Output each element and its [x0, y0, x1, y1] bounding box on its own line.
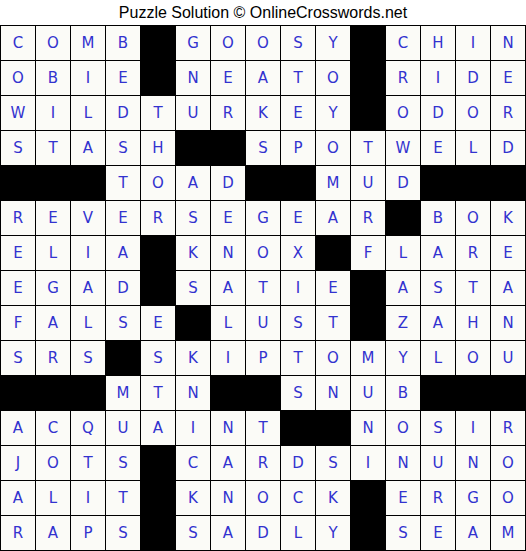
- block-cell: [176, 131, 210, 165]
- block-cell: [421, 166, 455, 200]
- letter-cell: U: [246, 306, 280, 340]
- letter-cell: E: [211, 201, 245, 235]
- block-cell: [281, 166, 315, 200]
- letter-cell: S: [281, 306, 315, 340]
- letter-cell: G: [176, 26, 210, 60]
- letter-cell: A: [421, 306, 455, 340]
- letter-cell: T: [141, 376, 175, 410]
- letter-cell: A: [106, 236, 140, 270]
- letter-cell: L: [36, 481, 70, 515]
- letter-cell: I: [71, 481, 105, 515]
- letter-cell: B: [386, 376, 420, 410]
- letter-cell: K: [176, 236, 210, 270]
- letter-cell: E: [281, 96, 315, 130]
- letter-cell: O: [36, 446, 70, 480]
- letter-cell: S: [316, 446, 350, 480]
- letter-cell: S: [281, 376, 315, 410]
- letter-cell: A: [386, 271, 420, 305]
- letter-cell: L: [36, 236, 70, 270]
- letter-cell: N: [211, 411, 245, 445]
- letter-cell: S: [106, 516, 140, 550]
- letter-cell: D: [106, 96, 140, 130]
- letter-cell: L: [71, 96, 105, 130]
- letter-cell: H: [141, 131, 175, 165]
- letter-cell: I: [211, 341, 245, 375]
- letter-cell: E: [1, 236, 35, 270]
- letter-cell: R: [386, 61, 420, 95]
- letter-cell: O: [386, 96, 420, 130]
- letter-cell: R: [421, 481, 455, 515]
- letter-cell: J: [1, 446, 35, 480]
- letter-cell: R: [211, 96, 245, 130]
- letter-cell: L: [281, 516, 315, 550]
- letter-cell: D: [421, 96, 455, 130]
- letter-cell: K: [246, 96, 280, 130]
- letter-cell: T: [281, 341, 315, 375]
- letter-cell: R: [491, 411, 525, 445]
- letter-cell: E: [386, 481, 420, 515]
- letter-cell: N: [491, 26, 525, 60]
- letter-cell: S: [1, 341, 35, 375]
- letter-cell: O: [211, 26, 245, 60]
- letter-cell: O: [246, 236, 280, 270]
- block-cell: [211, 131, 245, 165]
- letter-cell: L: [71, 306, 105, 340]
- letter-cell: G: [246, 201, 280, 235]
- letter-cell: N: [176, 61, 210, 95]
- letter-cell: E: [211, 61, 245, 95]
- block-cell: [351, 306, 385, 340]
- letter-cell: M: [316, 166, 350, 200]
- letter-cell: I: [36, 96, 70, 130]
- letter-cell: C: [281, 481, 315, 515]
- block-cell: [141, 61, 175, 95]
- letter-cell: A: [1, 411, 35, 445]
- letter-cell: S: [281, 26, 315, 60]
- letter-cell: U: [176, 96, 210, 130]
- block-cell: [491, 376, 525, 410]
- letter-cell: T: [281, 61, 315, 95]
- letter-cell: A: [246, 61, 280, 95]
- letter-cell: V: [71, 201, 105, 235]
- letter-cell: O: [491, 446, 525, 480]
- letter-cell: M: [491, 516, 525, 550]
- letter-cell: S: [1, 131, 35, 165]
- letter-cell: S: [386, 516, 420, 550]
- letter-cell: K: [176, 481, 210, 515]
- crossword-grid: COMBGOOSYCHINOBIENEATORIDEWILDTURKEYODOR…: [0, 25, 526, 551]
- letter-cell: T: [141, 96, 175, 130]
- letter-cell: I: [456, 26, 490, 60]
- block-cell: [281, 411, 315, 445]
- letter-cell: U: [351, 166, 385, 200]
- letter-cell: O: [141, 166, 175, 200]
- letter-cell: D: [281, 446, 315, 480]
- letter-cell: S: [106, 306, 140, 340]
- letter-cell: O: [1, 61, 35, 95]
- letter-cell: N: [491, 306, 525, 340]
- letter-cell: G: [456, 481, 490, 515]
- letter-cell: E: [421, 131, 455, 165]
- letter-cell: I: [456, 411, 490, 445]
- letter-cell: M: [71, 26, 105, 60]
- letter-cell: T: [71, 446, 105, 480]
- letter-cell: O: [456, 341, 490, 375]
- letter-cell: R: [351, 201, 385, 235]
- block-cell: [36, 166, 70, 200]
- letter-cell: U: [351, 376, 385, 410]
- letter-cell: O: [456, 201, 490, 235]
- letter-cell: L: [456, 131, 490, 165]
- block-cell: [176, 306, 210, 340]
- letter-cell: D: [491, 131, 525, 165]
- letter-cell: B: [106, 26, 140, 60]
- letter-cell: S: [421, 271, 455, 305]
- letter-cell: R: [1, 516, 35, 550]
- letter-cell: S: [421, 411, 455, 445]
- letter-cell: T: [106, 481, 140, 515]
- letter-cell: O: [316, 341, 350, 375]
- letter-cell: A: [421, 236, 455, 270]
- letter-cell: W: [386, 131, 420, 165]
- letter-cell: T: [246, 411, 280, 445]
- block-cell: [246, 166, 280, 200]
- letter-cell: Y: [316, 26, 350, 60]
- block-cell: [36, 376, 70, 410]
- letter-cell: H: [421, 26, 455, 60]
- letter-cell: A: [491, 271, 525, 305]
- letter-cell: T: [106, 166, 140, 200]
- block-cell: [106, 341, 140, 375]
- block-cell: [351, 26, 385, 60]
- letter-cell: X: [281, 236, 315, 270]
- letter-cell: C: [36, 411, 70, 445]
- letter-cell: S: [71, 341, 105, 375]
- letter-cell: D: [386, 166, 420, 200]
- block-cell: [491, 166, 525, 200]
- letter-cell: U: [421, 446, 455, 480]
- letter-cell: R: [1, 201, 35, 235]
- block-cell: [141, 446, 175, 480]
- letter-cell: B: [36, 61, 70, 95]
- letter-cell: F: [351, 236, 385, 270]
- block-cell: [141, 481, 175, 515]
- letter-cell: B: [421, 201, 455, 235]
- block-cell: [1, 166, 35, 200]
- letter-cell: W: [1, 96, 35, 130]
- letter-cell: K: [316, 481, 350, 515]
- block-cell: [456, 166, 490, 200]
- letter-cell: I: [71, 61, 105, 95]
- letter-cell: R: [491, 96, 525, 130]
- letter-cell: L: [421, 341, 455, 375]
- letter-cell: O: [456, 96, 490, 130]
- letter-cell: P: [71, 516, 105, 550]
- page-title: Puzzle Solution © OnlineCrosswords.net: [0, 0, 526, 25]
- block-cell: [246, 376, 280, 410]
- letter-cell: K: [491, 201, 525, 235]
- letter-cell: N: [176, 376, 210, 410]
- letter-cell: O: [316, 131, 350, 165]
- letter-cell: T: [316, 306, 350, 340]
- letter-cell: A: [36, 516, 70, 550]
- letter-cell: R: [36, 341, 70, 375]
- letter-cell: C: [176, 446, 210, 480]
- block-cell: [351, 481, 385, 515]
- letter-cell: T: [36, 131, 70, 165]
- letter-cell: S: [246, 131, 280, 165]
- letter-cell: I: [176, 411, 210, 445]
- letter-cell: E: [141, 306, 175, 340]
- letter-cell: E: [491, 236, 525, 270]
- letter-cell: E: [106, 61, 140, 95]
- letter-cell: I: [351, 446, 385, 480]
- block-cell: [456, 376, 490, 410]
- block-cell: [386, 201, 420, 235]
- block-cell: [71, 166, 105, 200]
- letter-cell: D: [211, 166, 245, 200]
- letter-cell: C: [1, 26, 35, 60]
- letter-cell: E: [1, 271, 35, 305]
- letter-cell: L: [211, 306, 245, 340]
- letter-cell: A: [71, 131, 105, 165]
- letter-cell: M: [351, 341, 385, 375]
- letter-cell: F: [1, 306, 35, 340]
- letter-cell: N: [351, 411, 385, 445]
- letter-cell: C: [386, 26, 420, 60]
- letter-cell: Q: [71, 411, 105, 445]
- block-cell: [141, 26, 175, 60]
- letter-cell: A: [36, 306, 70, 340]
- letter-cell: N: [211, 481, 245, 515]
- letter-cell: I: [421, 61, 455, 95]
- letter-cell: T: [351, 131, 385, 165]
- block-cell: [351, 96, 385, 130]
- letter-cell: M: [106, 376, 140, 410]
- letter-cell: N: [386, 446, 420, 480]
- letter-cell: E: [281, 201, 315, 235]
- letter-cell: S: [141, 341, 175, 375]
- letter-cell: I: [281, 271, 315, 305]
- letter-cell: A: [211, 516, 245, 550]
- letter-cell: S: [176, 516, 210, 550]
- letter-cell: E: [36, 201, 70, 235]
- letter-cell: R: [456, 236, 490, 270]
- letter-cell: Y: [316, 96, 350, 130]
- block-cell: [1, 376, 35, 410]
- letter-cell: S: [176, 271, 210, 305]
- letter-cell: D: [246, 516, 280, 550]
- letter-cell: D: [456, 61, 490, 95]
- letter-cell: Y: [386, 341, 420, 375]
- letter-cell: R: [246, 446, 280, 480]
- letter-cell: N: [456, 446, 490, 480]
- letter-cell: G: [36, 271, 70, 305]
- letter-cell: O: [386, 411, 420, 445]
- block-cell: [421, 376, 455, 410]
- block-cell: [316, 236, 350, 270]
- letter-cell: O: [316, 61, 350, 95]
- letter-cell: N: [211, 236, 245, 270]
- letter-cell: T: [246, 271, 280, 305]
- letter-cell: Y: [316, 516, 350, 550]
- letter-cell: O: [246, 481, 280, 515]
- letter-cell: A: [316, 201, 350, 235]
- letter-cell: S: [106, 131, 140, 165]
- letter-cell: O: [491, 481, 525, 515]
- letter-cell: O: [36, 26, 70, 60]
- block-cell: [141, 516, 175, 550]
- letter-cell: A: [211, 271, 245, 305]
- letter-cell: E: [106, 201, 140, 235]
- letter-cell: S: [106, 446, 140, 480]
- letter-cell: A: [1, 481, 35, 515]
- block-cell: [351, 516, 385, 550]
- letter-cell: O: [246, 26, 280, 60]
- letter-cell: T: [456, 271, 490, 305]
- letter-cell: A: [211, 446, 245, 480]
- letter-cell: L: [386, 236, 420, 270]
- letter-cell: Z: [386, 306, 420, 340]
- letter-cell: N: [316, 376, 350, 410]
- letter-cell: H: [456, 306, 490, 340]
- letter-cell: E: [316, 271, 350, 305]
- letter-cell: A: [71, 271, 105, 305]
- block-cell: [316, 411, 350, 445]
- letter-cell: E: [421, 516, 455, 550]
- block-cell: [351, 271, 385, 305]
- letter-cell: P: [281, 131, 315, 165]
- letter-cell: A: [456, 516, 490, 550]
- letter-cell: P: [246, 341, 280, 375]
- block-cell: [141, 236, 175, 270]
- letter-cell: A: [141, 411, 175, 445]
- letter-cell: D: [106, 271, 140, 305]
- letter-cell: E: [491, 61, 525, 95]
- letter-cell: U: [491, 341, 525, 375]
- letter-cell: K: [176, 341, 210, 375]
- letter-cell: I: [71, 236, 105, 270]
- block-cell: [71, 376, 105, 410]
- letter-cell: A: [176, 166, 210, 200]
- block-cell: [141, 271, 175, 305]
- block-cell: [351, 61, 385, 95]
- puzzle-solution-page: Puzzle Solution © OnlineCrosswords.net C…: [0, 0, 526, 551]
- block-cell: [211, 376, 245, 410]
- letter-cell: U: [106, 411, 140, 445]
- letter-cell: S: [176, 201, 210, 235]
- letter-cell: R: [141, 201, 175, 235]
